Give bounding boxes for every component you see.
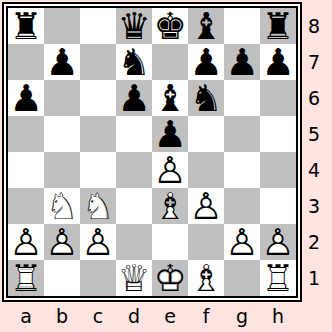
black-pawn-icon[interactable]: ♟ (116, 80, 152, 116)
square-c5[interactable] (80, 116, 116, 152)
square-g1[interactable] (224, 260, 260, 296)
board-frame: ♜♛♚♝♜♟♞♟♟♟♟♟♝♞♟♟♙♞♘♞♘♝♗♟♙♟♙♟♙♟♙♟♙♟♙♜♖♛♕♚… (2, 2, 302, 302)
square-c7[interactable] (80, 44, 116, 80)
piece-outline: ♙ (152, 152, 188, 188)
square-h8[interactable]: ♜ (260, 8, 296, 44)
piece-outline: ♖ (260, 260, 296, 296)
square-e5[interactable]: ♟ (152, 116, 188, 152)
black-pawn-icon[interactable]: ♟ (260, 44, 296, 80)
white-pawn-icon[interactable]: ♟♙ (44, 224, 80, 260)
square-g7[interactable]: ♟ (224, 44, 260, 80)
piece-outline: ♙ (260, 224, 296, 260)
black-bishop-icon[interactable]: ♝ (188, 8, 224, 44)
black-pawn-icon[interactable]: ♟ (8, 80, 44, 116)
chess-diagram: ♜♛♚♝♜♟♞♟♟♟♟♟♝♞♟♟♙♞♘♞♘♝♗♟♙♟♙♟♙♟♙♟♙♟♙♜♖♛♕♚… (0, 0, 332, 332)
square-a6[interactable]: ♟ (8, 80, 44, 116)
square-g5[interactable] (224, 116, 260, 152)
piece-outline: ♙ (44, 224, 80, 260)
square-d4[interactable] (116, 152, 152, 188)
square-b5[interactable] (44, 116, 80, 152)
white-rook-icon[interactable]: ♜♖ (8, 260, 44, 296)
black-pawn-icon[interactable]: ♟ (224, 44, 260, 80)
white-pawn-icon[interactable]: ♟♙ (8, 224, 44, 260)
black-rook-icon[interactable]: ♜ (260, 8, 296, 44)
square-b4[interactable] (44, 152, 80, 188)
square-e1[interactable]: ♚♔ (152, 260, 188, 296)
white-knight-icon[interactable]: ♞♘ (80, 188, 116, 224)
rank-label-3: 3 (301, 188, 327, 224)
file-labels: abcdefgh (8, 302, 296, 330)
file-label-g: g (224, 302, 260, 330)
square-f3[interactable]: ♟♙ (188, 188, 224, 224)
square-c1[interactable] (80, 260, 116, 296)
square-h7[interactable]: ♟ (260, 44, 296, 80)
rank-label-1: 1 (301, 260, 327, 296)
white-bishop-icon[interactable]: ♝♗ (188, 260, 224, 296)
square-d2[interactable] (116, 224, 152, 260)
piece-outline: ♗ (188, 260, 224, 296)
square-b2[interactable]: ♟♙ (44, 224, 80, 260)
square-d1[interactable]: ♛♕ (116, 260, 152, 296)
square-a3[interactable] (8, 188, 44, 224)
piece-outline: ♙ (224, 224, 260, 260)
square-e4[interactable]: ♟♙ (152, 152, 188, 188)
square-a5[interactable] (8, 116, 44, 152)
board-squares: ♜♛♚♝♜♟♞♟♟♟♟♟♝♞♟♟♙♞♘♞♘♝♗♟♙♟♙♟♙♟♙♟♙♟♙♜♖♛♕♚… (8, 8, 296, 296)
square-b3[interactable]: ♞♘ (44, 188, 80, 224)
square-e6[interactable]: ♝ (152, 80, 188, 116)
square-f1[interactable]: ♝♗ (188, 260, 224, 296)
piece-outline: ♙ (8, 224, 44, 260)
square-g2[interactable]: ♟♙ (224, 224, 260, 260)
file-label-b: b (44, 302, 80, 330)
square-f7[interactable]: ♟ (188, 44, 224, 80)
board-inner-border: ♜♛♚♝♜♟♞♟♟♟♟♟♝♞♟♟♙♞♘♞♘♝♗♟♙♟♙♟♙♟♙♟♙♟♙♜♖♛♕♚… (6, 6, 298, 298)
square-g8[interactable] (224, 8, 260, 44)
square-c8[interactable] (80, 8, 116, 44)
white-pawn-icon[interactable]: ♟♙ (224, 224, 260, 260)
square-e7[interactable] (152, 44, 188, 80)
square-h1[interactable]: ♜♖ (260, 260, 296, 296)
square-f5[interactable] (188, 116, 224, 152)
white-king-icon[interactable]: ♚♔ (152, 260, 188, 296)
square-g4[interactable] (224, 152, 260, 188)
black-knight-icon[interactable]: ♞ (188, 80, 224, 116)
square-f4[interactable] (188, 152, 224, 188)
piece-outline: ♖ (8, 260, 44, 296)
square-b7[interactable]: ♟ (44, 44, 80, 80)
black-pawn-icon[interactable]: ♟ (152, 116, 188, 152)
white-pawn-icon[interactable]: ♟♙ (188, 188, 224, 224)
square-b1[interactable] (44, 260, 80, 296)
rank-label-5: 5 (301, 116, 327, 152)
file-label-a: a (8, 302, 44, 330)
square-h2[interactable]: ♟♙ (260, 224, 296, 260)
square-b8[interactable] (44, 8, 80, 44)
square-e8[interactable]: ♚ (152, 8, 188, 44)
white-queen-icon[interactable]: ♛♕ (116, 260, 152, 296)
white-rook-icon[interactable]: ♜♖ (260, 260, 296, 296)
white-pawn-icon[interactable]: ♟♙ (152, 152, 188, 188)
square-a2[interactable]: ♟♙ (8, 224, 44, 260)
square-g3[interactable] (224, 188, 260, 224)
black-pawn-icon[interactable]: ♟ (188, 44, 224, 80)
piece-outline: ♔ (152, 260, 188, 296)
square-f6[interactable]: ♞ (188, 80, 224, 116)
black-pawn-icon[interactable]: ♟ (44, 44, 80, 80)
file-label-f: f (188, 302, 224, 330)
piece-outline: ♙ (188, 188, 224, 224)
square-c6[interactable] (80, 80, 116, 116)
piece-outline: ♙ (80, 224, 116, 260)
black-rook-icon[interactable]: ♜ (8, 8, 44, 44)
square-f2[interactable] (188, 224, 224, 260)
rank-label-2: 2 (301, 224, 327, 260)
square-c3[interactable]: ♞♘ (80, 188, 116, 224)
rank-label-6: 6 (301, 80, 327, 116)
square-d7[interactable]: ♞ (116, 44, 152, 80)
white-pawn-icon[interactable]: ♟♙ (260, 224, 296, 260)
square-h3[interactable] (260, 188, 296, 224)
file-label-e: e (152, 302, 188, 330)
square-a1[interactable]: ♜♖ (8, 260, 44, 296)
square-d8[interactable]: ♛ (116, 8, 152, 44)
rank-labels: 87654321 (301, 8, 327, 296)
black-queen-icon[interactable]: ♛ (116, 8, 152, 44)
file-label-d: d (116, 302, 152, 330)
square-c2[interactable]: ♟♙ (80, 224, 116, 260)
square-d3[interactable] (116, 188, 152, 224)
square-h6[interactable] (260, 80, 296, 116)
white-bishop-icon[interactable]: ♝♗ (152, 188, 188, 224)
rank-label-4: 4 (301, 152, 327, 188)
square-g6[interactable] (224, 80, 260, 116)
square-h4[interactable] (260, 152, 296, 188)
black-knight-icon[interactable]: ♞ (116, 44, 152, 80)
square-f8[interactable]: ♝ (188, 8, 224, 44)
piece-outline: ♕ (116, 260, 152, 296)
square-a4[interactable] (8, 152, 44, 188)
black-bishop-icon[interactable]: ♝ (152, 80, 188, 116)
piece-outline: ♘ (80, 188, 116, 224)
square-c4[interactable] (80, 152, 116, 188)
rank-label-8: 8 (301, 8, 327, 44)
square-e2[interactable] (152, 224, 188, 260)
white-pawn-icon[interactable]: ♟♙ (80, 224, 116, 260)
white-knight-icon[interactable]: ♞♘ (44, 188, 80, 224)
square-d6[interactable]: ♟ (116, 80, 152, 116)
piece-outline: ♘ (44, 188, 80, 224)
file-label-h: h (260, 302, 296, 330)
rank-label-7: 7 (301, 44, 327, 80)
square-a8[interactable]: ♜ (8, 8, 44, 44)
square-e3[interactable]: ♝♗ (152, 188, 188, 224)
black-king-icon[interactable]: ♚ (152, 8, 188, 44)
square-h5[interactable] (260, 116, 296, 152)
square-a7[interactable] (8, 44, 44, 80)
square-d5[interactable] (116, 116, 152, 152)
square-b6[interactable] (44, 80, 80, 116)
piece-outline: ♗ (152, 188, 188, 224)
file-label-c: c (80, 302, 116, 330)
